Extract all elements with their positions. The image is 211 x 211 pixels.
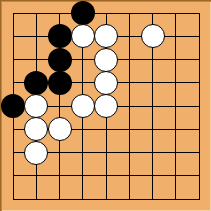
intersection-f7	[118, 141, 141, 164]
intersection-h9	[164, 188, 187, 211]
intersection-d3	[71, 48, 94, 71]
intersection-c7	[48, 141, 71, 164]
intersection-f1	[118, 2, 141, 25]
intersection-i6	[188, 118, 211, 141]
white-stone	[94, 48, 118, 72]
intersection-b8	[25, 164, 48, 187]
intersection-e3	[95, 48, 118, 71]
intersection-c3	[48, 48, 71, 71]
intersection-f8	[118, 164, 141, 187]
intersection-d2	[71, 25, 94, 48]
black-stone	[71, 1, 95, 25]
intersection-g3	[141, 48, 164, 71]
intersection-e9	[95, 188, 118, 211]
intersection-a5	[2, 95, 25, 118]
intersection-e8	[95, 164, 118, 187]
intersection-h5	[164, 95, 187, 118]
intersection-h4	[164, 71, 187, 94]
black-stone	[1, 94, 25, 118]
intersection-h1	[164, 2, 187, 25]
intersection-b2	[25, 25, 48, 48]
intersection-g5	[141, 95, 164, 118]
white-stone	[24, 117, 48, 141]
intersection-b4	[25, 71, 48, 94]
intersection-f5	[118, 95, 141, 118]
intersection-g8	[141, 164, 164, 187]
white-stone	[94, 71, 118, 95]
intersection-i5	[188, 95, 211, 118]
white-stone	[48, 117, 72, 141]
intersection-a7	[2, 141, 25, 164]
intersection-i2	[188, 25, 211, 48]
intersection-a2	[2, 25, 25, 48]
intersection-d8	[71, 164, 94, 187]
black-stone	[48, 71, 72, 95]
intersection-e6	[95, 118, 118, 141]
white-stone	[24, 141, 48, 165]
intersection-d1	[71, 2, 94, 25]
intersection-c2	[48, 25, 71, 48]
white-stone	[71, 24, 95, 48]
intersection-h3	[164, 48, 187, 71]
intersection-c1	[48, 2, 71, 25]
black-stone	[48, 48, 72, 72]
intersection-a1	[2, 2, 25, 25]
intersection-i9	[188, 188, 211, 211]
black-stone	[48, 24, 72, 48]
intersection-g6	[141, 118, 164, 141]
intersection-b7	[25, 141, 48, 164]
intersection-b6	[25, 118, 48, 141]
intersection-e5	[95, 95, 118, 118]
intersection-h7	[164, 141, 187, 164]
intersection-d6	[71, 118, 94, 141]
intersection-i8	[188, 164, 211, 187]
intersection-d5	[71, 95, 94, 118]
intersection-c8	[48, 164, 71, 187]
intersection-i1	[188, 2, 211, 25]
intersection-a6	[2, 118, 25, 141]
intersection-g1	[141, 2, 164, 25]
intersection-c9	[48, 188, 71, 211]
intersection-f2	[118, 25, 141, 48]
intersection-g7	[141, 141, 164, 164]
intersection-e2	[95, 25, 118, 48]
intersection-f3	[118, 48, 141, 71]
intersection-h8	[164, 164, 187, 187]
intersection-i4	[188, 71, 211, 94]
intersection-h2	[164, 25, 187, 48]
intersection-i7	[188, 141, 211, 164]
black-stone	[24, 71, 48, 95]
intersection-b1	[25, 2, 48, 25]
white-stone	[141, 24, 165, 48]
intersection-d4	[71, 71, 94, 94]
intersection-f6	[118, 118, 141, 141]
white-stone	[24, 94, 48, 118]
white-stone	[94, 24, 118, 48]
go-board	[0, 0, 211, 211]
intersection-a9	[2, 188, 25, 211]
intersection-e7	[95, 141, 118, 164]
intersection-f9	[118, 188, 141, 211]
intersection-b9	[25, 188, 48, 211]
intersection-f4	[118, 71, 141, 94]
intersection-d9	[71, 188, 94, 211]
white-stone	[71, 94, 95, 118]
intersection-c6	[48, 118, 71, 141]
white-stone	[94, 94, 118, 118]
intersection-a3	[2, 48, 25, 71]
intersection-a4	[2, 71, 25, 94]
intersection-c5	[48, 95, 71, 118]
intersection-h6	[164, 118, 187, 141]
intersection-g9	[141, 188, 164, 211]
intersection-g4	[141, 71, 164, 94]
board-grid	[2, 2, 211, 211]
intersection-d7	[71, 141, 94, 164]
intersection-a8	[2, 164, 25, 187]
intersection-b5	[25, 95, 48, 118]
intersection-c4	[48, 71, 71, 94]
intersection-e1	[95, 2, 118, 25]
intersection-e4	[95, 71, 118, 94]
intersection-g2	[141, 25, 164, 48]
intersection-i3	[188, 48, 211, 71]
intersection-b3	[25, 48, 48, 71]
